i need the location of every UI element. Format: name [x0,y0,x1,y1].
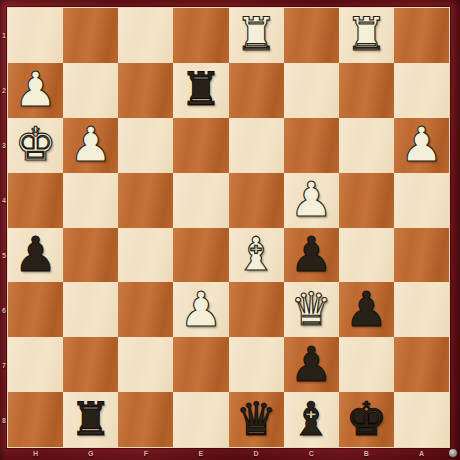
square-e8[interactable] [173,392,228,447]
piece-black-rook-g8[interactable]: ♜ [70,396,111,442]
square-h6[interactable] [8,282,63,337]
square-d1[interactable]: ♜ [229,8,284,63]
square-f8[interactable] [118,392,173,447]
piece-white-rook-b1[interactable]: ♜ [346,11,387,57]
rank-label-7: 7 [0,361,8,368]
square-b3[interactable] [339,118,394,173]
square-h3[interactable]: ♚ [8,118,63,173]
rank-label-2: 2 [0,87,8,94]
piece-black-pawn-b6[interactable]: ♟ [345,285,388,333]
chess-diagram: ♜♜♟♜♚♟♟♟♟♝♟♟♛♟♟♜♛♝♚ 12345678HGFEDCBA [0,0,460,460]
file-label-f: F [144,450,148,457]
square-b5[interactable] [339,228,394,283]
square-c7[interactable]: ♟ [284,337,339,392]
square-b1[interactable]: ♜ [339,8,394,63]
piece-black-queen-d8[interactable]: ♛ [235,396,276,442]
piece-black-bishop-c8[interactable]: ♝ [291,396,332,442]
square-h1[interactable] [8,8,63,63]
square-c8[interactable]: ♝ [284,392,339,447]
piece-white-pawn-e6[interactable]: ♟ [179,285,222,333]
square-b8[interactable]: ♚ [339,392,394,447]
square-e2[interactable]: ♜ [173,63,228,118]
square-c2[interactable] [284,63,339,118]
square-c3[interactable] [284,118,339,173]
square-d6[interactable] [229,282,284,337]
square-g6[interactable] [63,282,118,337]
rank-label-1: 1 [0,32,8,39]
square-f6[interactable] [118,282,173,337]
square-g1[interactable] [63,8,118,63]
square-f3[interactable] [118,118,173,173]
square-e3[interactable] [173,118,228,173]
square-b7[interactable] [339,337,394,392]
square-a6[interactable] [394,282,449,337]
square-g4[interactable] [63,173,118,228]
square-d8[interactable]: ♛ [229,392,284,447]
square-g7[interactable] [63,337,118,392]
piece-black-rook-e2[interactable]: ♜ [180,66,221,112]
file-label-d: D [254,450,259,457]
square-d2[interactable] [229,63,284,118]
piece-black-pawn-h5[interactable]: ♟ [14,230,57,278]
square-a5[interactable] [394,228,449,283]
piece-white-pawn-c4[interactable]: ♟ [290,175,333,223]
square-e7[interactable] [173,337,228,392]
square-c5[interactable]: ♟ [284,228,339,283]
square-h8[interactable] [8,392,63,447]
square-c6[interactable]: ♛ [284,282,339,337]
square-h5[interactable]: ♟ [8,228,63,283]
square-d3[interactable] [229,118,284,173]
rank-label-3: 3 [0,142,8,149]
piece-black-pawn-c7[interactable]: ♟ [290,340,333,388]
square-a4[interactable] [394,173,449,228]
square-a2[interactable] [394,63,449,118]
square-a1[interactable] [394,8,449,63]
square-g3[interactable]: ♟ [63,118,118,173]
square-e6[interactable]: ♟ [173,282,228,337]
piece-black-king-b8[interactable]: ♚ [346,396,387,442]
square-e5[interactable] [173,228,228,283]
piece-white-queen-c6[interactable]: ♛ [291,286,332,332]
square-g5[interactable] [63,228,118,283]
file-label-b: B [364,450,369,457]
square-g8[interactable]: ♜ [63,392,118,447]
square-f5[interactable] [118,228,173,283]
piece-white-pawn-g3[interactable]: ♟ [69,120,112,168]
square-d5[interactable]: ♝ [229,228,284,283]
square-g2[interactable] [63,63,118,118]
piece-black-pawn-c5[interactable]: ♟ [290,230,333,278]
rank-label-8: 8 [0,416,8,423]
file-label-e: E [199,450,204,457]
file-label-g: G [88,450,93,457]
square-f4[interactable] [118,173,173,228]
square-c4[interactable]: ♟ [284,173,339,228]
square-d7[interactable] [229,337,284,392]
square-b2[interactable] [339,63,394,118]
piece-white-king-h3[interactable]: ♚ [15,121,56,167]
piece-white-rook-d1[interactable]: ♜ [235,11,276,57]
square-a8[interactable] [394,392,449,447]
square-f2[interactable] [118,63,173,118]
file-label-h: H [33,450,38,457]
rank-label-5: 5 [0,251,8,258]
square-c1[interactable] [284,8,339,63]
chess-board: ♜♜♟♜♚♟♟♟♟♝♟♟♛♟♟♜♛♝♚ [8,8,449,447]
square-f1[interactable] [118,8,173,63]
file-label-a: A [419,450,424,457]
piece-white-bishop-d5[interactable]: ♝ [235,231,276,277]
watermark-dot [449,449,457,457]
square-h2[interactable]: ♟ [8,63,63,118]
square-b4[interactable] [339,173,394,228]
square-f7[interactable] [118,337,173,392]
square-h4[interactable] [8,173,63,228]
square-d4[interactable] [229,173,284,228]
square-a3[interactable]: ♟ [394,118,449,173]
square-e4[interactable] [173,173,228,228]
rank-label-6: 6 [0,306,8,313]
rank-label-4: 4 [0,197,8,204]
piece-white-pawn-a3[interactable]: ♟ [400,120,443,168]
square-a7[interactable] [394,337,449,392]
square-b6[interactable]: ♟ [339,282,394,337]
square-h7[interactable] [8,337,63,392]
piece-white-pawn-h2[interactable]: ♟ [14,65,57,113]
square-e1[interactable] [173,8,228,63]
file-label-c: C [309,450,314,457]
